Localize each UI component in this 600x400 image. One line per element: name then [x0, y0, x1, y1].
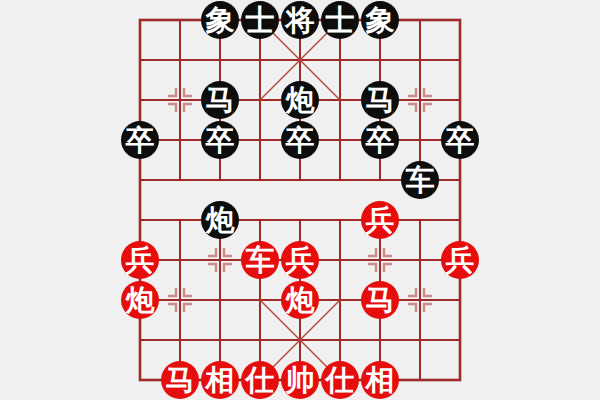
piece-red-cannon-1[interactable]: 炮: [121, 281, 159, 319]
piece-black-soldier-1[interactable]: 卒: [121, 121, 159, 159]
piece-black-horse-1[interactable]: 马: [201, 81, 239, 119]
piece-red-chariot[interactable]: 车: [241, 241, 279, 279]
piece-red-soldier-4[interactable]: 兵: [441, 241, 479, 279]
piece-red-soldier-3[interactable]: 兵: [281, 241, 319, 279]
xiangqi-board: 象士将士象马炮马卒卒卒卒卒车炮兵兵车兵兵炮炮马马相仕帅仕相: [0, 0, 600, 400]
piece-red-advisor-2[interactable]: 仕: [321, 361, 359, 399]
piece-black-elephant-1[interactable]: 象: [201, 1, 239, 39]
piece-black-advisor-2[interactable]: 士: [321, 1, 359, 39]
piece-black-cannon-1[interactable]: 炮: [281, 81, 319, 119]
piece-black-cannon-2[interactable]: 炮: [201, 201, 239, 239]
piece-black-soldier-2[interactable]: 卒: [201, 121, 239, 159]
piece-black-soldier-3[interactable]: 卒: [281, 121, 319, 159]
piece-red-general[interactable]: 帅: [281, 361, 319, 399]
piece-red-soldier-1[interactable]: 兵: [361, 201, 399, 239]
piece-black-soldier-5[interactable]: 卒: [441, 121, 479, 159]
piece-red-horse-1[interactable]: 马: [361, 281, 399, 319]
piece-grid: 象士将士象马炮马卒卒卒卒卒车炮兵兵车兵兵炮炮马马相仕帅仕相: [120, 0, 480, 400]
piece-red-cannon-2[interactable]: 炮: [281, 281, 319, 319]
piece-black-chariot[interactable]: 车: [401, 161, 439, 199]
piece-black-general[interactable]: 将: [281, 1, 319, 39]
piece-red-soldier-2[interactable]: 兵: [121, 241, 159, 279]
piece-red-advisor-1[interactable]: 仕: [241, 361, 279, 399]
piece-red-elephant-2[interactable]: 相: [361, 361, 399, 399]
piece-black-horse-2[interactable]: 马: [361, 81, 399, 119]
piece-black-soldier-4[interactable]: 卒: [361, 121, 399, 159]
piece-red-elephant-1[interactable]: 相: [201, 361, 239, 399]
piece-black-advisor-1[interactable]: 士: [241, 1, 279, 39]
piece-red-horse-2[interactable]: 马: [161, 361, 199, 399]
piece-black-elephant-2[interactable]: 象: [361, 1, 399, 39]
